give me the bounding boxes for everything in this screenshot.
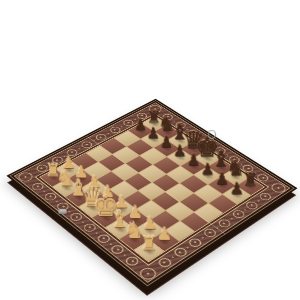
black-pawn: ♟ — [187, 152, 201, 168]
chess-board: ♜♞♝♛♚♝♞♜♟♟♟♟♟♟♟♟♟♟♟♟♟♟♟♟♜♞♝♛♚♝♞♜ — [6, 99, 297, 289]
product-photo: ♜♞♝♛♚♝♞♜♟♟♟♟♟♟♟♟♟♟♟♟♟♟♟♟♜♞♝♛♚♝♞♜ — [0, 0, 300, 300]
black-pawn: ♟ — [215, 171, 229, 187]
black-pawn: ♟ — [173, 143, 187, 158]
black-pawn: ♟ — [229, 180, 244, 196]
white-rook: ♜ — [140, 233, 158, 253]
black-rook: ♜ — [242, 170, 258, 188]
white-pawn: ♟ — [157, 226, 172, 243]
black-pawn: ♟ — [147, 126, 161, 141]
black-pawn: ♟ — [160, 135, 174, 150]
black-pawn: ♟ — [201, 161, 215, 177]
